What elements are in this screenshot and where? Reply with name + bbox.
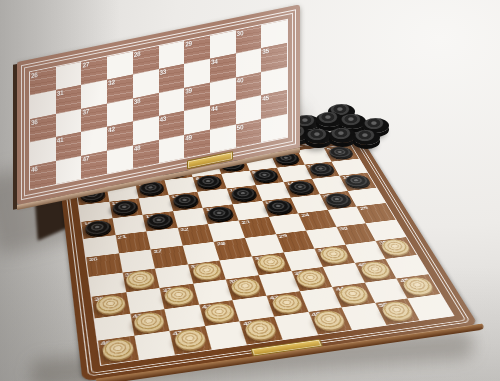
- square-number: 30: [338, 226, 348, 231]
- white-man-33[interactable]: [255, 254, 287, 273]
- white-man-35[interactable]: [379, 238, 413, 256]
- white-man-34[interactable]: [318, 246, 351, 265]
- upright-square-50[interactable]: 50: [236, 119, 262, 148]
- square-number: 46: [31, 165, 38, 173]
- square-number: 35: [262, 48, 269, 56]
- upright-square-46[interactable]: 46: [30, 161, 56, 190]
- upright-light-square: [261, 114, 287, 143]
- square-number: 40: [237, 77, 244, 85]
- upright-square-47[interactable]: 47: [81, 150, 107, 179]
- square-number: 22: [180, 227, 189, 232]
- square-number: 44: [211, 105, 218, 113]
- square-number: 38: [134, 98, 141, 106]
- square-number: 28: [134, 51, 141, 59]
- photo-backdrop: 1234567891011121314151617181920212223242…: [0, 0, 500, 381]
- square-number: 24: [300, 213, 310, 218]
- square-number: 29: [185, 40, 192, 48]
- black-man-5[interactable]: [327, 146, 355, 160]
- flat-square-46[interactable]: 46: [98, 336, 139, 365]
- square-number: 32: [108, 80, 115, 88]
- square-number: 25: [359, 206, 369, 211]
- square-number: 48: [134, 144, 141, 152]
- square-number: 21: [117, 235, 126, 240]
- square-number: 45: [262, 95, 269, 103]
- black-man-9[interactable]: [252, 169, 280, 184]
- spare-black-piece-9[interactable]: [353, 130, 380, 145]
- square-number: 50: [237, 124, 244, 132]
- upright-light-square: [107, 145, 133, 174]
- square-number: 34: [211, 59, 218, 67]
- upright-square-48[interactable]: 48: [133, 140, 159, 169]
- black-man-19[interactable]: [265, 199, 295, 215]
- square-number: 43: [160, 116, 167, 124]
- square-number: 26: [31, 72, 38, 80]
- upright-board-side-edge: [13, 64, 17, 210]
- black-man-11[interactable]: [112, 200, 140, 216]
- square-number: 49: [185, 134, 192, 142]
- square-number: 39: [185, 87, 192, 95]
- square-number: 37: [82, 108, 89, 116]
- square-number: 31: [57, 90, 64, 98]
- black-man-10[interactable]: [307, 162, 336, 176]
- square-number: 23: [241, 220, 251, 225]
- square-number: 26: [88, 257, 97, 263]
- spare-black-piece-7[interactable]: [305, 129, 332, 144]
- square-number: 30: [237, 30, 244, 38]
- white-man-31[interactable]: [125, 270, 156, 290]
- square-number: 29: [278, 234, 288, 239]
- square-number: 27: [153, 249, 163, 255]
- black-man-13[interactable]: [230, 186, 259, 202]
- upright-light-square: [159, 135, 185, 164]
- square-number: 28: [216, 241, 226, 247]
- square-number: 36: [31, 119, 38, 127]
- upright-light-square: [210, 124, 236, 153]
- upright-light-square: [56, 155, 82, 184]
- upright-square-49[interactable]: 49: [184, 129, 210, 158]
- square-number: 27: [82, 61, 89, 69]
- black-man-8[interactable]: [196, 175, 224, 190]
- square-number: 47: [82, 155, 89, 163]
- square-number: 42: [108, 126, 115, 134]
- black-man-14[interactable]: [287, 180, 316, 195]
- black-man-15[interactable]: [343, 174, 373, 189]
- square-number: 41: [57, 137, 64, 145]
- white-man-39[interactable]: [294, 269, 328, 289]
- flat-light-square: [134, 331, 175, 360]
- white-man-49[interactable]: [312, 309, 348, 331]
- square-number: 33: [160, 69, 167, 77]
- spare-black-piece-8[interactable]: [329, 128, 356, 143]
